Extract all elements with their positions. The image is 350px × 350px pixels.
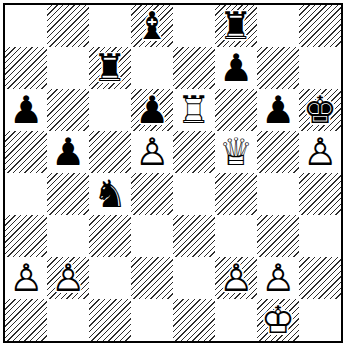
square-d6[interactable]: ♟♟ — [131, 89, 173, 131]
square-a3[interactable] — [5, 215, 47, 257]
square-b3[interactable] — [47, 215, 89, 257]
square-h2[interactable] — [299, 257, 341, 299]
square-a1[interactable] — [5, 299, 47, 341]
square-g2[interactable]: ♟♙ — [257, 257, 299, 299]
square-g6[interactable]: ♟♟ — [257, 89, 299, 131]
square-c6[interactable] — [89, 89, 131, 131]
white-pawn-f2[interactable]: ♙ — [215, 257, 257, 299]
square-e3[interactable] — [173, 215, 215, 257]
square-c4[interactable]: ♞♞ — [89, 173, 131, 215]
square-d1[interactable] — [131, 299, 173, 341]
square-f3[interactable] — [215, 215, 257, 257]
black-pawn-d6[interactable]: ♟ — [131, 89, 173, 131]
square-h5[interactable]: ♟♙ — [299, 131, 341, 173]
square-e1[interactable] — [173, 299, 215, 341]
white-pawn-b2[interactable]: ♙ — [47, 257, 89, 299]
square-a2[interactable]: ♟♙ — [5, 257, 47, 299]
square-b8[interactable] — [47, 5, 89, 47]
square-b1[interactable] — [47, 299, 89, 341]
square-d4[interactable] — [131, 173, 173, 215]
square-h1[interactable] — [299, 299, 341, 341]
black-pawn-b5[interactable]: ♟ — [47, 131, 89, 173]
square-e4[interactable] — [173, 173, 215, 215]
white-rook-e6[interactable]: ♖ — [173, 89, 215, 131]
white-pawn-d5[interactable]: ♙ — [131, 131, 173, 173]
white-pawn-g2[interactable]: ♙ — [257, 257, 299, 299]
square-f7[interactable]: ♟♟ — [215, 47, 257, 89]
square-f1[interactable] — [215, 299, 257, 341]
black-pawn-a6[interactable]: ♟ — [5, 89, 47, 131]
square-e7[interactable] — [173, 47, 215, 89]
square-g8[interactable] — [257, 5, 299, 47]
white-pawn-h5[interactable]: ♙ — [299, 131, 341, 173]
square-c3[interactable] — [89, 215, 131, 257]
square-d8[interactable]: ♝♝ — [131, 5, 173, 47]
square-f2[interactable]: ♟♙ — [215, 257, 257, 299]
square-c7[interactable]: ♜♜ — [89, 47, 131, 89]
square-e8[interactable] — [173, 5, 215, 47]
square-a7[interactable] — [5, 47, 47, 89]
square-d5[interactable]: ♟♙ — [131, 131, 173, 173]
square-h8[interactable] — [299, 5, 341, 47]
square-d7[interactable] — [131, 47, 173, 89]
chess-diagram: ♝♝♜♜♜♜♟♟♟♟♟♟♜♖♟♟♚♚♟♟♟♙♛♕♟♙♞♞♟♙♟♙♟♙♟♙♚♔ — [0, 0, 350, 350]
black-rook-c7[interactable]: ♜ — [89, 47, 131, 89]
chess-board: ♝♝♜♜♜♜♟♟♟♟♟♟♜♖♟♟♚♚♟♟♟♙♛♕♟♙♞♞♟♙♟♙♟♙♟♙♚♔ — [3, 3, 343, 343]
black-bishop-d8[interactable]: ♝ — [131, 5, 173, 47]
square-h6[interactable]: ♚♚ — [299, 89, 341, 131]
square-a8[interactable] — [5, 5, 47, 47]
black-pawn-f7[interactable]: ♟ — [215, 47, 257, 89]
square-g5[interactable] — [257, 131, 299, 173]
square-e2[interactable] — [173, 257, 215, 299]
square-g1[interactable]: ♚♔ — [257, 299, 299, 341]
white-queen-f5[interactable]: ♕ — [215, 131, 257, 173]
black-rook-f8[interactable]: ♜ — [215, 5, 257, 47]
white-pawn-a2[interactable]: ♙ — [5, 257, 47, 299]
square-c8[interactable] — [89, 5, 131, 47]
square-b6[interactable] — [47, 89, 89, 131]
white-king-g1[interactable]: ♔ — [257, 299, 299, 341]
square-a4[interactable] — [5, 173, 47, 215]
black-knight-c4[interactable]: ♞ — [89, 173, 131, 215]
square-c1[interactable] — [89, 299, 131, 341]
square-f8[interactable]: ♜♜ — [215, 5, 257, 47]
square-c5[interactable] — [89, 131, 131, 173]
black-king-h6[interactable]: ♚ — [299, 89, 341, 131]
square-e5[interactable] — [173, 131, 215, 173]
square-a5[interactable] — [5, 131, 47, 173]
square-d3[interactable] — [131, 215, 173, 257]
square-b5[interactable]: ♟♟ — [47, 131, 89, 173]
square-e6[interactable]: ♜♖ — [173, 89, 215, 131]
square-b2[interactable]: ♟♙ — [47, 257, 89, 299]
square-g3[interactable] — [257, 215, 299, 257]
square-f4[interactable] — [215, 173, 257, 215]
square-b7[interactable] — [47, 47, 89, 89]
black-pawn-g6[interactable]: ♟ — [257, 89, 299, 131]
square-f6[interactable] — [215, 89, 257, 131]
square-d2[interactable] — [131, 257, 173, 299]
square-h4[interactable] — [299, 173, 341, 215]
square-a6[interactable]: ♟♟ — [5, 89, 47, 131]
square-f5[interactable]: ♛♕ — [215, 131, 257, 173]
square-g7[interactable] — [257, 47, 299, 89]
square-c2[interactable] — [89, 257, 131, 299]
square-h7[interactable] — [299, 47, 341, 89]
square-h3[interactable] — [299, 215, 341, 257]
square-g4[interactable] — [257, 173, 299, 215]
square-b4[interactable] — [47, 173, 89, 215]
